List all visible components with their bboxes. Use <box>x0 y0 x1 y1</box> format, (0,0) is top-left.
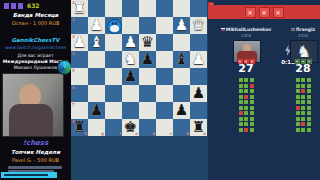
square-h8[interactable]: 8h♜ <box>71 119 88 136</box>
square-f3[interactable] <box>105 34 122 51</box>
win-cell <box>301 78 305 82</box>
square-e4[interactable]: ♞ <box>122 51 139 68</box>
pixel-logo-icon <box>11 3 16 9</box>
win-cell <box>250 78 254 82</box>
square-d4[interactable]: ♟ <box>139 51 156 68</box>
win-cell <box>296 95 300 99</box>
square-a4[interactable]: ♟ <box>190 51 207 68</box>
square-b8[interactable]: b <box>173 119 190 136</box>
ticker-text <box>4 174 48 176</box>
square-e1[interactable] <box>122 0 139 17</box>
black-pawn[interactable]: ♟ <box>122 68 139 85</box>
close-icon[interactable]: ✕ <box>245 7 256 18</box>
square-b3[interactable] <box>173 34 190 51</box>
white-knight[interactable]: ♞ <box>122 51 139 68</box>
player2-score: 28 <box>275 62 320 75</box>
flag-icon <box>291 28 295 31</box>
rank-label: 6 <box>72 85 75 90</box>
square-f6[interactable] <box>105 85 122 102</box>
chat-command: !chess <box>0 139 71 147</box>
win-cell <box>296 78 300 82</box>
square-g4[interactable] <box>88 51 105 68</box>
square-b4[interactable]: ♝ <box>173 51 190 68</box>
loss-cell <box>239 111 243 115</box>
black-rook[interactable]: ♜ <box>71 119 88 136</box>
square-e7[interactable] <box>122 102 139 119</box>
win-cell <box>296 100 300 104</box>
stream-screenshot: 632 Банда Месяца Оспан - 1 000 RUB Ganni… <box>0 0 320 180</box>
loss-cell <box>250 84 254 88</box>
loss-cell <box>244 95 248 99</box>
square-c3[interactable] <box>156 34 173 51</box>
player1-score: 27 <box>218 62 274 75</box>
square-d7[interactable] <box>139 102 156 119</box>
square-f1[interactable] <box>105 0 122 17</box>
win-cell <box>239 117 243 121</box>
banner-prize: Оспан - 1 000 RUB <box>0 20 71 26</box>
win-cell <box>239 89 243 93</box>
win-cell <box>307 84 311 88</box>
square-g2[interactable]: ♟ <box>88 17 105 34</box>
square-a2[interactable]: ♛ <box>190 17 207 34</box>
square-g7[interactable]: ♟ <box>88 102 105 119</box>
square-f5[interactable] <box>105 68 122 85</box>
bottom-title: Топчик Недели <box>0 149 71 155</box>
close-icon[interactable]: ✕ <box>273 7 284 18</box>
win-cell <box>296 111 300 115</box>
white-pawn[interactable]: ♟ <box>122 34 139 51</box>
rank-label: 4 <box>72 51 75 56</box>
win-cell <box>239 128 243 132</box>
black-bishop[interactable]: ♝ <box>173 51 190 68</box>
win-cell <box>250 95 254 99</box>
black-queen[interactable]: ♛ <box>139 34 156 51</box>
square-d5[interactable] <box>139 68 156 85</box>
white-king-doraemon-skin[interactable] <box>107 19 122 34</box>
win-cell <box>244 106 248 110</box>
square-h5[interactable]: 5 <box>71 68 88 85</box>
white-pawn[interactable]: ♟ <box>173 17 190 34</box>
square-c6[interactable] <box>156 85 173 102</box>
win-cell <box>239 100 243 104</box>
win-cell <box>307 100 311 104</box>
square-g6[interactable] <box>88 85 105 102</box>
streamer-body <box>9 104 53 136</box>
square-a7[interactable] <box>190 102 207 119</box>
black-pawn[interactable]: ♟ <box>88 102 105 119</box>
webcam <box>2 73 64 137</box>
win-cell <box>244 84 248 88</box>
win-cell <box>301 111 305 115</box>
win-cell <box>250 106 254 110</box>
win-cell <box>239 106 243 110</box>
file-label: g <box>101 131 104 136</box>
player2-rating: 2426 <box>275 33 320 38</box>
ticker-banner <box>1 172 57 178</box>
square-b2[interactable]: ♟ <box>173 17 190 34</box>
win-cell <box>244 78 248 82</box>
square-g5[interactable] <box>88 68 105 85</box>
square-c2[interactable] <box>156 17 173 34</box>
spinner-logo-icon <box>57 60 72 75</box>
square-d1[interactable] <box>139 0 156 17</box>
white-queen[interactable]: ♛ <box>190 17 207 34</box>
stream-logo: 632 <box>4 1 68 10</box>
square-h2[interactable]: 2 <box>71 17 88 34</box>
square-d8[interactable]: d <box>139 119 156 136</box>
player1-name[interactable]: MikhailLushenkov <box>218 27 274 32</box>
square-a6[interactable]: ♟ <box>190 85 207 102</box>
win-cell <box>307 128 311 132</box>
pixel-logo-icon <box>4 3 9 9</box>
player2-name[interactable]: firangiz <box>275 27 320 32</box>
win-cell <box>244 117 248 121</box>
close-icon[interactable]: ✕ <box>259 7 270 18</box>
banner-title: Банда Месяца <box>0 12 71 18</box>
doraemon-face <box>110 25 119 32</box>
square-h3[interactable]: 3♟ <box>71 34 88 51</box>
win-cell <box>296 117 300 121</box>
square-e8[interactable]: e♚ <box>122 119 139 136</box>
win-cell <box>239 84 243 88</box>
square-c4[interactable] <box>156 51 173 68</box>
square-b1[interactable] <box>173 0 190 17</box>
square-f8[interactable]: f <box>105 119 122 136</box>
win-cell <box>301 84 305 88</box>
white-pawn[interactable]: ♟ <box>190 51 207 68</box>
file-label: d <box>152 131 155 136</box>
left-overlay-column: 632 Банда Месяца Оспан - 1 000 RUB Ganni… <box>0 0 71 180</box>
win-cell <box>307 78 311 82</box>
win-cell <box>250 122 254 126</box>
square-g8[interactable]: g <box>88 119 105 136</box>
win-cell <box>296 89 300 93</box>
win-cell <box>250 128 254 132</box>
square-b5[interactable] <box>173 68 190 85</box>
rank-label: 7 <box>72 102 75 107</box>
white-rook[interactable]: ♜ <box>71 0 88 17</box>
square-f7[interactable] <box>105 102 122 119</box>
micro-text-line <box>8 166 62 169</box>
player2-result-grid <box>275 78 320 132</box>
square-d6[interactable] <box>139 85 156 102</box>
win-cell <box>296 122 300 126</box>
rank-label: 5 <box>72 68 75 73</box>
loss-cell <box>296 106 300 110</box>
square-a5[interactable] <box>190 68 207 85</box>
pixel-logo-icon <box>18 3 23 9</box>
square-c1[interactable] <box>156 0 173 17</box>
chess-board[interactable]: 1♜2♟♟♛3♟♝♟♛4♞♟♝♟5♟6♟7♟♟8h♜gfe♚dcba♜ <box>71 0 207 136</box>
square-d3[interactable]: ♛ <box>139 34 156 51</box>
win-cell <box>244 122 248 126</box>
match-panel: ✕✕✕ MikhailLushenkov 2406 ✕✕✕ 27 0:18 fi… <box>208 0 320 180</box>
black-king[interactable]: ♚ <box>122 119 139 136</box>
rank-label: 2 <box>72 17 75 22</box>
win-cell <box>301 100 305 104</box>
win-cell <box>307 122 311 126</box>
loss-cell <box>301 122 305 126</box>
panel-header: ✕✕✕ <box>208 5 320 19</box>
win-cell <box>250 100 254 104</box>
black-pawn[interactable]: ♟ <box>190 85 207 102</box>
square-d2[interactable] <box>139 17 156 34</box>
win-cell <box>250 117 254 121</box>
square-h4[interactable]: 4 <box>71 51 88 68</box>
square-c8[interactable]: c <box>156 119 173 136</box>
win-cell <box>239 78 243 82</box>
win-cell <box>239 95 243 99</box>
doraemon-eye <box>115 22 117 25</box>
square-g3[interactable]: ♝ <box>88 34 105 51</box>
square-a1[interactable] <box>190 0 207 17</box>
square-h7[interactable]: 7 <box>71 102 88 119</box>
square-b7[interactable]: ♟ <box>173 102 190 119</box>
win-cell <box>244 100 248 104</box>
file-label: f <box>119 131 121 136</box>
win-cell <box>307 111 311 115</box>
square-e5[interactable]: ♟ <box>122 68 139 85</box>
win-cell <box>301 117 305 121</box>
bottom-prize: Pavel G. - 500 RUB <box>0 157 71 163</box>
win-cell <box>301 128 305 132</box>
loss-cell <box>244 128 248 132</box>
square-e2[interactable] <box>122 17 139 34</box>
win-cell <box>307 117 311 121</box>
square-a8[interactable]: a♜ <box>190 119 207 136</box>
flag-icon <box>221 28 225 31</box>
black-pawn[interactable]: ♟ <box>139 51 156 68</box>
player1-result-grid <box>218 78 274 132</box>
black-rook[interactable]: ♜ <box>190 119 207 136</box>
win-cell <box>307 106 311 110</box>
win-cell <box>244 89 248 93</box>
channel-url[interactable]: www.twitch.tv/gannikchess <box>0 45 71 50</box>
win-cell <box>301 106 305 110</box>
viewer-count: 632 <box>27 2 40 9</box>
win-cell <box>301 95 305 99</box>
square-a3[interactable] <box>190 34 207 51</box>
channel-name: GannikChessTV <box>0 37 71 43</box>
win-cell <box>239 122 243 126</box>
square-g1[interactable] <box>88 0 105 17</box>
file-label: b <box>186 131 189 136</box>
doraemon-eye <box>112 22 114 25</box>
square-h1[interactable]: 1♜ <box>71 0 88 17</box>
win-cell <box>244 111 248 115</box>
square-h6[interactable]: 6 <box>71 85 88 102</box>
black-pawn[interactable]: ♟ <box>173 102 190 119</box>
win-cell <box>296 84 300 88</box>
square-c7[interactable] <box>156 102 173 119</box>
square-b6[interactable] <box>173 85 190 102</box>
square-e3[interactable]: ♟ <box>122 34 139 51</box>
announce-line1: Для вас играет <box>0 53 71 58</box>
white-pawn[interactable]: ♟ <box>71 34 88 51</box>
white-bishop[interactable]: ♝ <box>88 34 105 51</box>
win-cell <box>250 89 254 93</box>
win-cell <box>307 95 311 99</box>
player1-rating: 2406 <box>218 33 274 38</box>
win-cell <box>307 89 311 93</box>
white-pawn[interactable]: ♟ <box>88 17 105 34</box>
square-c5[interactable] <box>156 68 173 85</box>
square-f2[interactable] <box>105 17 122 34</box>
file-label: c <box>170 131 172 136</box>
square-f4[interactable] <box>105 51 122 68</box>
win-cell <box>296 128 300 132</box>
square-e6[interactable] <box>122 85 139 102</box>
win-cell <box>250 111 254 115</box>
loss-cell <box>301 89 305 93</box>
